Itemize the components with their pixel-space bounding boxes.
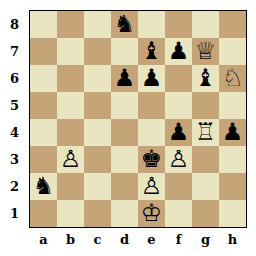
square-f8[interactable] <box>165 11 192 38</box>
piece-black-king[interactable]: ♚ <box>141 146 163 173</box>
square-g7[interactable]: ♕ <box>192 38 219 65</box>
piece-black-knight[interactable]: ♞ <box>33 173 55 200</box>
square-a8[interactable] <box>30 11 57 38</box>
square-d1[interactable] <box>111 200 138 227</box>
rank-label-3: 3 <box>0 146 29 173</box>
square-d2[interactable] <box>111 173 138 200</box>
square-a4[interactable] <box>30 119 57 146</box>
square-h6[interactable]: ♘ <box>219 65 246 92</box>
square-f5[interactable] <box>165 92 192 119</box>
file-label-c: c <box>84 229 111 249</box>
file-label-e: e <box>138 229 165 249</box>
square-a5[interactable] <box>30 92 57 119</box>
square-h7[interactable] <box>219 38 246 65</box>
square-f1[interactable] <box>165 200 192 227</box>
square-d7[interactable] <box>111 38 138 65</box>
piece-black-pawn[interactable]: ♟ <box>141 65 163 92</box>
square-g8[interactable] <box>192 11 219 38</box>
square-b5[interactable] <box>57 92 84 119</box>
square-e4[interactable] <box>138 119 165 146</box>
square-d5[interactable] <box>111 92 138 119</box>
square-g6[interactable]: ♝ <box>192 65 219 92</box>
piece-white-pawn[interactable]: ♙ <box>168 146 190 173</box>
file-label-d: d <box>111 229 138 249</box>
file-label-a: a <box>30 229 57 249</box>
file-label-b: b <box>57 229 84 249</box>
square-e7[interactable]: ♝ <box>138 38 165 65</box>
rank-label-8: 8 <box>0 11 29 38</box>
square-a3[interactable] <box>30 146 57 173</box>
rank-label-4: 4 <box>0 119 29 146</box>
square-h8[interactable] <box>219 11 246 38</box>
rank-labels: 87654321 <box>0 11 29 227</box>
square-b2[interactable] <box>57 173 84 200</box>
file-labels: abcdefgh <box>30 229 246 249</box>
rank-label-5: 5 <box>0 92 29 119</box>
chess-diagram: 87654321 ♞♝♟♕♟♟♝♘♟♖♟♙♚♙♞♙♔ abcdefgh <box>0 0 256 256</box>
square-f4[interactable]: ♟ <box>165 119 192 146</box>
square-f3[interactable]: ♙ <box>165 146 192 173</box>
piece-black-pawn[interactable]: ♟ <box>222 119 244 146</box>
square-c5[interactable] <box>84 92 111 119</box>
square-a1[interactable] <box>30 200 57 227</box>
square-e8[interactable] <box>138 11 165 38</box>
rank-label-2: 2 <box>0 173 29 200</box>
square-g1[interactable] <box>192 200 219 227</box>
square-d3[interactable] <box>111 146 138 173</box>
square-e1[interactable]: ♔ <box>138 200 165 227</box>
square-c7[interactable] <box>84 38 111 65</box>
square-f7[interactable]: ♟ <box>165 38 192 65</box>
piece-white-knight[interactable]: ♘ <box>222 65 244 92</box>
square-c3[interactable] <box>84 146 111 173</box>
piece-black-bishop[interactable]: ♝ <box>141 38 163 65</box>
square-b6[interactable] <box>57 65 84 92</box>
piece-black-knight[interactable]: ♞ <box>114 11 136 38</box>
square-c2[interactable] <box>84 173 111 200</box>
square-e2[interactable]: ♙ <box>138 173 165 200</box>
square-f6[interactable] <box>165 65 192 92</box>
rank-label-6: 6 <box>0 65 29 92</box>
square-b7[interactable] <box>57 38 84 65</box>
file-label-f: f <box>165 229 192 249</box>
square-g3[interactable] <box>192 146 219 173</box>
square-a6[interactable] <box>30 65 57 92</box>
square-d4[interactable] <box>111 119 138 146</box>
square-b1[interactable] <box>57 200 84 227</box>
square-h2[interactable] <box>219 173 246 200</box>
square-c1[interactable] <box>84 200 111 227</box>
piece-black-pawn[interactable]: ♟ <box>168 38 190 65</box>
piece-white-pawn[interactable]: ♙ <box>141 173 163 200</box>
piece-white-rook[interactable]: ♖ <box>195 119 217 146</box>
piece-black-pawn[interactable]: ♟ <box>114 65 136 92</box>
square-h4[interactable]: ♟ <box>219 119 246 146</box>
square-e5[interactable] <box>138 92 165 119</box>
square-d8[interactable]: ♞ <box>111 11 138 38</box>
square-e3[interactable]: ♚ <box>138 146 165 173</box>
square-h5[interactable] <box>219 92 246 119</box>
rank-label-7: 7 <box>0 38 29 65</box>
square-a2[interactable]: ♞ <box>30 173 57 200</box>
square-g4[interactable]: ♖ <box>192 119 219 146</box>
chess-board: ♞♝♟♕♟♟♝♘♟♖♟♙♚♙♞♙♔ <box>29 10 247 228</box>
square-a7[interactable] <box>30 38 57 65</box>
square-d6[interactable]: ♟ <box>111 65 138 92</box>
rank-label-1: 1 <box>0 200 29 227</box>
square-h1[interactable] <box>219 200 246 227</box>
file-label-h: h <box>219 229 246 249</box>
square-b3[interactable]: ♙ <box>57 146 84 173</box>
square-b4[interactable] <box>57 119 84 146</box>
piece-white-pawn[interactable]: ♙ <box>60 146 82 173</box>
square-f2[interactable] <box>165 173 192 200</box>
square-g2[interactable] <box>192 173 219 200</box>
piece-white-queen[interactable]: ♕ <box>195 38 217 65</box>
file-label-g: g <box>192 229 219 249</box>
square-c6[interactable] <box>84 65 111 92</box>
square-c8[interactable] <box>84 11 111 38</box>
piece-black-bishop[interactable]: ♝ <box>195 65 217 92</box>
piece-white-king[interactable]: ♔ <box>141 200 163 227</box>
square-e6[interactable]: ♟ <box>138 65 165 92</box>
square-g5[interactable] <box>192 92 219 119</box>
square-h3[interactable] <box>219 146 246 173</box>
square-b8[interactable] <box>57 11 84 38</box>
square-c4[interactable] <box>84 119 111 146</box>
piece-black-pawn[interactable]: ♟ <box>168 119 190 146</box>
